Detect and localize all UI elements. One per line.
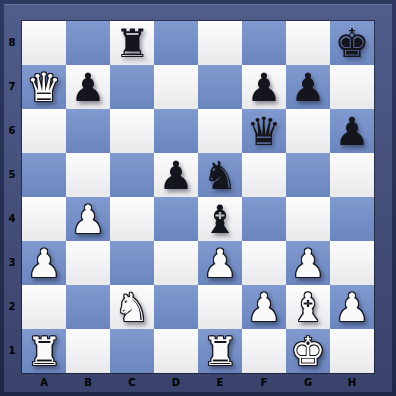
square-e6[interactable] bbox=[198, 109, 242, 153]
square-a3[interactable]: ♟ bbox=[22, 241, 66, 285]
rank-label-4: 4 bbox=[3, 197, 21, 241]
piece-white-knight[interactable]: ♞ bbox=[110, 285, 154, 329]
square-h6[interactable]: ♟ bbox=[330, 109, 374, 153]
square-a6[interactable] bbox=[22, 109, 66, 153]
piece-black-queen[interactable]: ♛ bbox=[242, 109, 286, 153]
square-b6[interactable] bbox=[66, 109, 110, 153]
square-h3[interactable] bbox=[330, 241, 374, 285]
chess-diagram: ♜♚♛♟♟♟♛♟♟♞♟♝♟♟♟♞♟♝♟♜♜♚ 87654321ABCDEFGH bbox=[0, 0, 396, 396]
square-d4[interactable] bbox=[154, 197, 198, 241]
square-d5[interactable]: ♟ bbox=[154, 153, 198, 197]
file-label-d: D bbox=[154, 374, 198, 391]
file-label-a: A bbox=[22, 374, 66, 391]
square-e4[interactable]: ♝ bbox=[198, 197, 242, 241]
square-d1[interactable] bbox=[154, 329, 198, 373]
piece-black-rook[interactable]: ♜ bbox=[110, 21, 154, 65]
rank-label-3: 3 bbox=[3, 241, 21, 285]
piece-white-queen[interactable]: ♛ bbox=[22, 65, 66, 109]
square-f4[interactable] bbox=[242, 197, 286, 241]
rank-label-7: 7 bbox=[3, 65, 21, 109]
piece-black-pawn[interactable]: ♟ bbox=[242, 65, 286, 109]
piece-white-pawn[interactable]: ♟ bbox=[198, 241, 242, 285]
square-h7[interactable] bbox=[330, 65, 374, 109]
square-c8[interactable]: ♜ bbox=[110, 21, 154, 65]
piece-white-pawn[interactable]: ♟ bbox=[66, 197, 110, 241]
chess-board: ♜♚♛♟♟♟♛♟♟♞♟♝♟♟♟♞♟♝♟♜♜♚ bbox=[22, 21, 374, 373]
square-g4[interactable] bbox=[286, 197, 330, 241]
piece-white-bishop[interactable]: ♝ bbox=[286, 285, 330, 329]
square-f7[interactable]: ♟ bbox=[242, 65, 286, 109]
piece-black-pawn[interactable]: ♟ bbox=[330, 109, 374, 153]
square-h2[interactable]: ♟ bbox=[330, 285, 374, 329]
file-label-c: C bbox=[110, 374, 154, 391]
piece-white-pawn[interactable]: ♟ bbox=[22, 241, 66, 285]
file-label-b: B bbox=[66, 374, 110, 391]
piece-black-king[interactable]: ♚ bbox=[330, 21, 374, 65]
rank-label-1: 1 bbox=[3, 329, 21, 373]
piece-white-rook[interactable]: ♜ bbox=[22, 329, 66, 373]
rank-label-2: 2 bbox=[3, 285, 21, 329]
file-label-g: G bbox=[286, 374, 330, 391]
square-b8[interactable] bbox=[66, 21, 110, 65]
piece-black-bishop[interactable]: ♝ bbox=[198, 197, 242, 241]
square-g6[interactable] bbox=[286, 109, 330, 153]
square-h5[interactable] bbox=[330, 153, 374, 197]
square-c7[interactable] bbox=[110, 65, 154, 109]
square-f8[interactable] bbox=[242, 21, 286, 65]
square-b7[interactable]: ♟ bbox=[66, 65, 110, 109]
square-d7[interactable] bbox=[154, 65, 198, 109]
file-label-e: E bbox=[198, 374, 242, 391]
square-g1[interactable]: ♚ bbox=[286, 329, 330, 373]
square-g5[interactable] bbox=[286, 153, 330, 197]
square-a1[interactable]: ♜ bbox=[22, 329, 66, 373]
square-g8[interactable] bbox=[286, 21, 330, 65]
piece-white-rook[interactable]: ♜ bbox=[198, 329, 242, 373]
square-h8[interactable]: ♚ bbox=[330, 21, 374, 65]
square-d8[interactable] bbox=[154, 21, 198, 65]
square-d2[interactable] bbox=[154, 285, 198, 329]
piece-white-pawn[interactable]: ♟ bbox=[242, 285, 286, 329]
square-b2[interactable] bbox=[66, 285, 110, 329]
square-h1[interactable] bbox=[330, 329, 374, 373]
square-b4[interactable]: ♟ bbox=[66, 197, 110, 241]
square-f2[interactable]: ♟ bbox=[242, 285, 286, 329]
square-g3[interactable]: ♟ bbox=[286, 241, 330, 285]
square-g7[interactable]: ♟ bbox=[286, 65, 330, 109]
square-a7[interactable]: ♛ bbox=[22, 65, 66, 109]
square-h4[interactable] bbox=[330, 197, 374, 241]
square-e2[interactable] bbox=[198, 285, 242, 329]
square-d3[interactable] bbox=[154, 241, 198, 285]
square-e3[interactable]: ♟ bbox=[198, 241, 242, 285]
square-a5[interactable] bbox=[22, 153, 66, 197]
square-c1[interactable] bbox=[110, 329, 154, 373]
square-a4[interactable] bbox=[22, 197, 66, 241]
square-e8[interactable] bbox=[198, 21, 242, 65]
square-c4[interactable] bbox=[110, 197, 154, 241]
square-c3[interactable] bbox=[110, 241, 154, 285]
file-label-h: H bbox=[330, 374, 374, 391]
rank-label-5: 5 bbox=[3, 153, 21, 197]
square-d6[interactable] bbox=[154, 109, 198, 153]
piece-white-pawn[interactable]: ♟ bbox=[286, 241, 330, 285]
square-b1[interactable] bbox=[66, 329, 110, 373]
square-c2[interactable]: ♞ bbox=[110, 285, 154, 329]
rank-label-8: 8 bbox=[3, 21, 21, 65]
square-f5[interactable] bbox=[242, 153, 286, 197]
piece-black-pawn[interactable]: ♟ bbox=[286, 65, 330, 109]
piece-black-pawn[interactable]: ♟ bbox=[66, 65, 110, 109]
square-g2[interactable]: ♝ bbox=[286, 285, 330, 329]
piece-black-pawn[interactable]: ♟ bbox=[154, 153, 198, 197]
square-a8[interactable] bbox=[22, 21, 66, 65]
square-f1[interactable] bbox=[242, 329, 286, 373]
square-b3[interactable] bbox=[66, 241, 110, 285]
square-f3[interactable] bbox=[242, 241, 286, 285]
piece-white-king[interactable]: ♚ bbox=[286, 329, 330, 373]
square-c5[interactable] bbox=[110, 153, 154, 197]
square-a2[interactable] bbox=[22, 285, 66, 329]
square-b5[interactable] bbox=[66, 153, 110, 197]
piece-white-pawn[interactable]: ♟ bbox=[330, 285, 374, 329]
square-f6[interactable]: ♛ bbox=[242, 109, 286, 153]
square-e5[interactable]: ♞ bbox=[198, 153, 242, 197]
square-e7[interactable] bbox=[198, 65, 242, 109]
rank-label-6: 6 bbox=[3, 109, 21, 153]
piece-black-knight[interactable]: ♞ bbox=[198, 153, 242, 197]
square-c6[interactable] bbox=[110, 109, 154, 153]
file-label-f: F bbox=[242, 374, 286, 391]
square-e1[interactable]: ♜ bbox=[198, 329, 242, 373]
